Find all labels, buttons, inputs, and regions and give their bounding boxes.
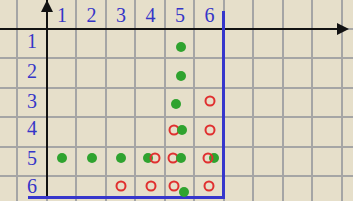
red-circle-marker [204,124,215,135]
green-dot-marker [116,153,126,163]
x-axis-arrow-icon [337,23,349,35]
blue-frame-bottom-edge [28,196,225,199]
green-dot-marker [176,153,186,163]
red-circle-marker [145,181,156,192]
red-circle-marker [116,181,127,192]
col-label-6: 6 [205,5,215,25]
green-dot-marker [176,42,186,52]
col-label-4: 4 [146,5,156,25]
red-circle-marker [202,153,213,164]
green-dot-marker [177,125,187,135]
blue-frame-right-edge [222,11,225,199]
y-axis-arrow-icon [41,0,53,12]
red-circle-marker [168,181,179,192]
red-circle-marker [204,96,215,107]
row-label-1: 1 [27,31,37,51]
green-dot-marker [179,187,189,197]
green-dot-marker [176,71,186,81]
green-dot-marker [171,99,181,109]
y-axis-line [46,0,48,198]
col-label-1: 1 [57,5,67,25]
row-label-2: 2 [27,61,37,81]
dice-sample-space-diagram: 1 2 3 4 5 6 1 2 3 4 5 6 [0,0,353,201]
x-axis-line [0,28,341,30]
col-label-5: 5 [175,5,185,25]
row-label-6: 6 [27,176,37,196]
row-label-4: 4 [27,118,37,138]
green-dot-marker [57,153,67,163]
row-label-3: 3 [27,91,37,111]
red-circle-marker [203,181,214,192]
red-circle-marker [150,153,161,164]
col-label-2: 2 [87,5,97,25]
row-label-5: 5 [27,148,37,168]
col-label-3: 3 [116,5,126,25]
green-dot-marker [87,153,97,163]
